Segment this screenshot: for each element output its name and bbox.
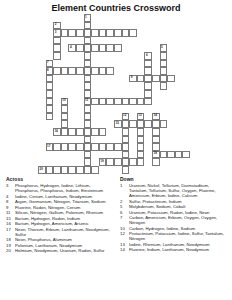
clue-item: 19Polonium, Lanthanum, Neodymium <box>6 243 114 248</box>
grid-cell[interactable] <box>53 143 61 151</box>
clue-number: 17 <box>6 227 15 237</box>
across-list: 3Phosphorus, Hydrogen, Iodine, Lithium, … <box>6 183 114 253</box>
grid-cell[interactable] <box>122 166 130 174</box>
grid-cell[interactable]: 4 <box>68 44 76 52</box>
grid-cell[interactable] <box>84 166 92 174</box>
clue-number: 8 <box>6 199 15 204</box>
clue-item: 18Neon, Phosphorus, Aluminum <box>6 237 114 242</box>
clue-number: 14 <box>120 247 129 252</box>
grid-cell[interactable] <box>167 75 175 83</box>
grid-cell[interactable] <box>84 113 92 121</box>
clue-text: Molybdenum, Sodium, Cobalt <box>129 204 228 209</box>
clue-text: Uranium, Potassium, Radon, Iodine, Neon <box>129 210 228 215</box>
grid-cell[interactable] <box>84 75 92 83</box>
cell-number: 1 <box>85 16 87 19</box>
cell-number: 12 <box>123 114 126 117</box>
grid-cell[interactable] <box>137 75 145 83</box>
grid-cell[interactable] <box>137 128 145 136</box>
clue-text: Phosphorus, Hydrogen, Iodine, Lithium, P… <box>15 183 114 193</box>
clue-number: 1 <box>120 183 129 198</box>
grid-cell[interactable] <box>99 67 107 75</box>
grid-cell[interactable] <box>61 120 69 128</box>
grid-cell[interactable] <box>152 158 160 166</box>
grid-cell[interactable] <box>46 98 54 106</box>
grid-cell[interactable] <box>160 120 168 128</box>
grid-cell[interactable] <box>84 151 92 159</box>
grid-cell[interactable] <box>99 98 107 106</box>
grid-cell[interactable] <box>61 105 69 113</box>
clue-item: 5Molybdenum, Sodium, Cobalt <box>120 204 228 209</box>
grid-cell[interactable] <box>182 151 190 159</box>
clue-item: 12Protactinium, Potassium, Iodine, Sulfu… <box>120 231 228 241</box>
grid-cell[interactable] <box>122 151 130 159</box>
cell-number: 9 <box>131 76 133 79</box>
grid-cell[interactable] <box>106 158 114 166</box>
grid-cell[interactable] <box>152 75 160 83</box>
grid-cell[interactable]: 10 <box>61 98 69 106</box>
clue-item: 3Phosphorus, Hydrogen, Iodine, Lithium, … <box>6 183 114 193</box>
grid-cell[interactable] <box>46 75 54 83</box>
grid-cell[interactable] <box>114 44 122 52</box>
grid-cell[interactable] <box>91 67 99 75</box>
grid-cell[interactable] <box>84 105 92 113</box>
clue-text: Fluorine, Radon, Nitrogen, Cerium <box>15 205 114 210</box>
clue-number: 12 <box>120 231 129 241</box>
clue-number: 10 <box>120 226 129 231</box>
clue-text: Iodine, Cerium, Lanthanum, Neodymium <box>15 194 114 199</box>
grid-cell[interactable] <box>46 105 54 113</box>
cell-number: 5 <box>161 46 163 49</box>
grid-cell[interactable] <box>99 44 107 52</box>
grid-cell[interactable] <box>76 166 84 174</box>
clue-text: Neon, Phosphorus, Aluminum <box>15 237 114 242</box>
grid-cell[interactable] <box>61 128 69 136</box>
grid-cell[interactable] <box>160 151 168 159</box>
grid-cell[interactable] <box>106 29 114 37</box>
grid-cell[interactable] <box>152 136 160 144</box>
cell-number: 11 <box>85 99 88 102</box>
clue-number: 15 <box>6 216 15 221</box>
grid-cell[interactable] <box>114 158 122 166</box>
clue-item: 1Uranium, Nickel, Tellurium, Darmstadtiu… <box>120 183 228 198</box>
grid-cell[interactable] <box>76 67 84 75</box>
grid-cell[interactable] <box>122 120 130 128</box>
clue-text: Fluorine, Indium, Lanthanum, Neodymium <box>129 247 228 252</box>
grid-cell[interactable]: 18 <box>152 151 160 159</box>
grid-cell[interactable] <box>68 166 76 174</box>
clue-item: 2Sulfur, Protactinium, Indium <box>120 199 228 204</box>
cell-number: 10 <box>62 99 65 102</box>
clue-item: 14Fluorine, Indium, Lanthanum, Neodymium <box>120 247 228 252</box>
clue-item: 4Iodine, Cerium, Lanthanum, Neodymium <box>6 194 114 199</box>
grid-cell[interactable] <box>144 75 152 83</box>
grid-cell[interactable] <box>84 37 92 45</box>
grid-cell[interactable] <box>68 67 76 75</box>
grid-cell[interactable] <box>144 90 152 98</box>
clue-number: 20 <box>6 248 15 253</box>
grid-cell[interactable] <box>122 128 130 136</box>
grid-cell[interactable] <box>106 67 114 75</box>
grid-cell[interactable]: 20 <box>38 166 46 174</box>
grid-cell[interactable] <box>152 143 160 151</box>
grid-cell[interactable] <box>144 67 152 75</box>
grid-cell[interactable] <box>129 158 137 166</box>
grid-cell[interactable] <box>122 98 130 106</box>
clue-text: Silicon, Nitrogen, Gallium, Polonium, Rh… <box>15 210 114 215</box>
clue-number: 7 <box>120 215 129 225</box>
grid-cell[interactable] <box>53 67 61 75</box>
grid-cell[interactable] <box>99 143 107 151</box>
grid-cell[interactable] <box>137 120 145 128</box>
grid-cell[interactable] <box>84 128 92 136</box>
grid-cell[interactable] <box>91 128 99 136</box>
clue-text: Polonium, Lanthanum, Neodymium <box>15 243 114 248</box>
grid-cell[interactable] <box>84 22 92 30</box>
grid-cell[interactable] <box>61 67 69 75</box>
grid-cell[interactable] <box>61 166 69 174</box>
grid-cell[interactable] <box>61 143 69 151</box>
grid-cell[interactable] <box>129 98 137 106</box>
grid-cell[interactable]: 17 <box>46 143 54 151</box>
grid-cell[interactable] <box>144 60 152 68</box>
grid-cell[interactable] <box>53 37 61 45</box>
grid-cell[interactable] <box>53 52 61 60</box>
grid-cell[interactable] <box>129 29 137 37</box>
clue-lists: Across 3Phosphorus, Hydrogen, Iodine, Li… <box>6 176 228 254</box>
grid-cell[interactable] <box>84 67 92 75</box>
grid-cell[interactable] <box>129 120 137 128</box>
grid-cell[interactable]: 12 <box>122 113 130 121</box>
grid-cell[interactable] <box>84 158 92 166</box>
grid-cell[interactable] <box>122 29 130 37</box>
clue-number: 11 <box>6 210 15 215</box>
cell-number: 16 <box>55 130 58 133</box>
across-clues: Across 3Phosphorus, Hydrogen, Iodine, Li… <box>6 176 114 254</box>
grid-cell[interactable] <box>122 143 130 151</box>
cell-number: 4 <box>70 46 72 49</box>
clue-text: Iodine, Rhenium, Lanthanum, Neodymium <box>129 242 228 247</box>
clue-text: Protactinium, Potassium, Iodine, Sulfur,… <box>129 231 228 241</box>
clue-text: Neon, Thorium, Erbium, Lanthanum, Neodym… <box>15 227 114 237</box>
grid-cell[interactable]: 11 <box>84 98 92 106</box>
grid-cell[interactable] <box>106 44 114 52</box>
clue-text: Barium, Hydrogen, Americium, Arsenic <box>15 221 114 226</box>
page-title: Element Countries Crossword <box>0 3 232 13</box>
grid-cell[interactable] <box>46 166 54 174</box>
grid-cell[interactable] <box>175 151 183 159</box>
clue-item: 17Neon, Thorium, Erbium, Lanthanum, Neod… <box>6 227 114 237</box>
grid-cell[interactable] <box>84 82 92 90</box>
grid-cell[interactable]: 5 <box>160 44 168 52</box>
grid-cell[interactable] <box>160 60 168 68</box>
grid-cell[interactable] <box>137 158 145 166</box>
clue-item: 6Uranium, Potassium, Radon, Iodine, Neon <box>120 210 228 215</box>
cell-number: 8 <box>47 69 49 72</box>
grid-cell[interactable] <box>144 98 152 106</box>
grid-cell[interactable]: 13 <box>137 113 145 121</box>
down-list: 1Uranium, Nickel, Tellurium, Darmstadtiu… <box>120 183 228 252</box>
cell-number: 3 <box>55 31 57 34</box>
clue-item: 11Silicon, Nitrogen, Gallium, Polonium, … <box>6 210 114 215</box>
grid-cell[interactable] <box>91 44 99 52</box>
grid-cell[interactable] <box>160 82 168 90</box>
cell-number: 19 <box>100 160 103 163</box>
clue-number: 19 <box>6 243 15 248</box>
grid-cell[interactable] <box>68 143 76 151</box>
grid-cell[interactable] <box>46 113 54 121</box>
grid-cell[interactable]: 14 <box>152 113 160 121</box>
grid-cell[interactable] <box>84 90 92 98</box>
grid-cell[interactable] <box>91 29 99 37</box>
clue-number: 4 <box>6 194 15 199</box>
grid-cell[interactable] <box>144 120 152 128</box>
grid-cell[interactable] <box>91 98 99 106</box>
clue-number: 3 <box>6 183 15 193</box>
grid-cell[interactable]: 1 <box>84 14 92 22</box>
grid-cell[interactable] <box>84 29 92 37</box>
clue-item: 8Argon, Germanium, Nitrogen, Titanium, S… <box>6 199 114 204</box>
grid-cell[interactable] <box>152 120 160 128</box>
clue-item: 15Barium, Hydrogen, Radon, Indium <box>6 216 114 221</box>
down-header: Down <box>120 176 228 182</box>
cell-number: 18 <box>154 152 157 155</box>
grid-cell[interactable] <box>152 128 160 136</box>
grid-cell[interactable] <box>76 143 84 151</box>
cell-number: 7 <box>47 61 49 64</box>
grid-cell[interactable] <box>122 158 130 166</box>
grid-cell[interactable] <box>167 151 175 159</box>
clue-item: 10Carbon, Hydrogen, Iodine, Sodium <box>120 226 228 231</box>
grid-cell[interactable] <box>122 136 130 144</box>
grid-cell[interactable] <box>160 67 168 75</box>
grid-cell[interactable] <box>84 44 92 52</box>
down-clues: Down 1Uranium, Nickel, Tellurium, Darmst… <box>120 176 228 254</box>
grid-cell[interactable] <box>53 44 61 52</box>
grid-cell[interactable]: 8 <box>46 67 54 75</box>
clue-item: 16Barium, Hydrogen, Americium, Arsenic <box>6 221 114 226</box>
clue-text: Holmium, Neodymium, Uranium, Radon, Sulf… <box>15 248 114 253</box>
grid-cell[interactable] <box>68 29 76 37</box>
grid-cell[interactable] <box>68 128 76 136</box>
cell-number: 15 <box>116 122 119 125</box>
grid-cell[interactable] <box>114 98 122 106</box>
across-header: Across <box>6 176 114 182</box>
grid-cell[interactable] <box>76 29 84 37</box>
grid-cell[interactable]: 2 <box>53 22 61 30</box>
clue-number: 5 <box>120 204 129 209</box>
clue-text: Argon, Germanium, Nitrogen, Titanium, So… <box>15 199 114 204</box>
clue-number: 9 <box>6 205 15 210</box>
grid-cell[interactable] <box>137 136 145 144</box>
grid-cell[interactable] <box>144 82 152 90</box>
cell-number: 20 <box>40 168 43 171</box>
clue-text: Carbon, Americium, Erbium, Oxygen, Oxyge… <box>129 215 228 225</box>
grid-cell[interactable]: 15 <box>114 120 122 128</box>
grid-cell[interactable] <box>160 52 168 60</box>
grid-cell[interactable] <box>106 98 114 106</box>
grid-cell[interactable]: 16 <box>53 128 61 136</box>
cell-number: 17 <box>47 145 50 148</box>
grid-cell[interactable] <box>160 75 168 83</box>
cell-number: 13 <box>138 114 141 117</box>
grid-cell[interactable] <box>106 143 114 151</box>
grid-cell[interactable] <box>137 151 145 159</box>
grid-cell[interactable] <box>137 143 145 151</box>
grid-cell[interactable] <box>114 29 122 37</box>
clue-item: 9Fluorine, Radon, Nitrogen, Cerium <box>6 205 114 210</box>
grid-cell[interactable] <box>84 143 92 151</box>
grid-cell[interactable]: 9 <box>129 75 137 83</box>
clue-text: Carbon, Hydrogen, Iodine, Sodium <box>129 226 228 231</box>
clue-text: Barium, Hydrogen, Radon, Indium <box>15 216 114 221</box>
grid-cell[interactable]: 19 <box>99 158 107 166</box>
clue-text: Sulfur, Protactinium, Indium <box>129 199 228 204</box>
grid-cell[interactable] <box>91 143 99 151</box>
cell-number: 6 <box>146 54 148 57</box>
grid-cell[interactable]: 7 <box>46 60 54 68</box>
grid-cell[interactable] <box>76 128 84 136</box>
grid-cell[interactable]: 3 <box>53 29 61 37</box>
clue-item: 7Carbon, Americium, Erbium, Oxygen, Oxyg… <box>120 215 228 225</box>
grid-cell[interactable] <box>84 120 92 128</box>
grid-cell[interactable] <box>99 128 107 136</box>
crossword-page: { "game": "crossword", "title": "Element… <box>0 0 232 300</box>
clue-item: 13Iodine, Rhenium, Lanthanum, Neodymium <box>120 242 228 247</box>
cell-number: 14 <box>154 114 157 117</box>
grid-cell[interactable] <box>76 44 84 52</box>
clue-number: 13 <box>120 242 129 247</box>
grid-cell[interactable] <box>84 52 92 60</box>
grid-cell[interactable]: 6 <box>144 52 152 60</box>
grid-cell[interactable] <box>99 29 107 37</box>
clue-number: 2 <box>120 199 129 204</box>
grid-cell[interactable] <box>137 98 145 106</box>
grid-cell[interactable] <box>84 136 92 144</box>
clue-item: 20Holmium, Neodymium, Uranium, Radon, Su… <box>6 248 114 253</box>
grid-cell[interactable] <box>61 113 69 121</box>
grid-cell[interactable] <box>91 166 99 174</box>
grid-cell[interactable] <box>114 143 122 151</box>
clue-number: 18 <box>6 237 15 242</box>
cell-number: 2 <box>55 23 57 26</box>
grid-cell[interactable] <box>53 166 61 174</box>
grid-cell[interactable] <box>46 82 54 90</box>
clue-number: 6 <box>120 210 129 215</box>
clue-number: 16 <box>6 221 15 226</box>
grid-cell[interactable] <box>46 90 54 98</box>
clue-text: Uranium, Nickel, Tellurium, Darmstadtium… <box>129 183 228 198</box>
grid-cell[interactable] <box>84 60 92 68</box>
grid-cell[interactable] <box>61 29 69 37</box>
